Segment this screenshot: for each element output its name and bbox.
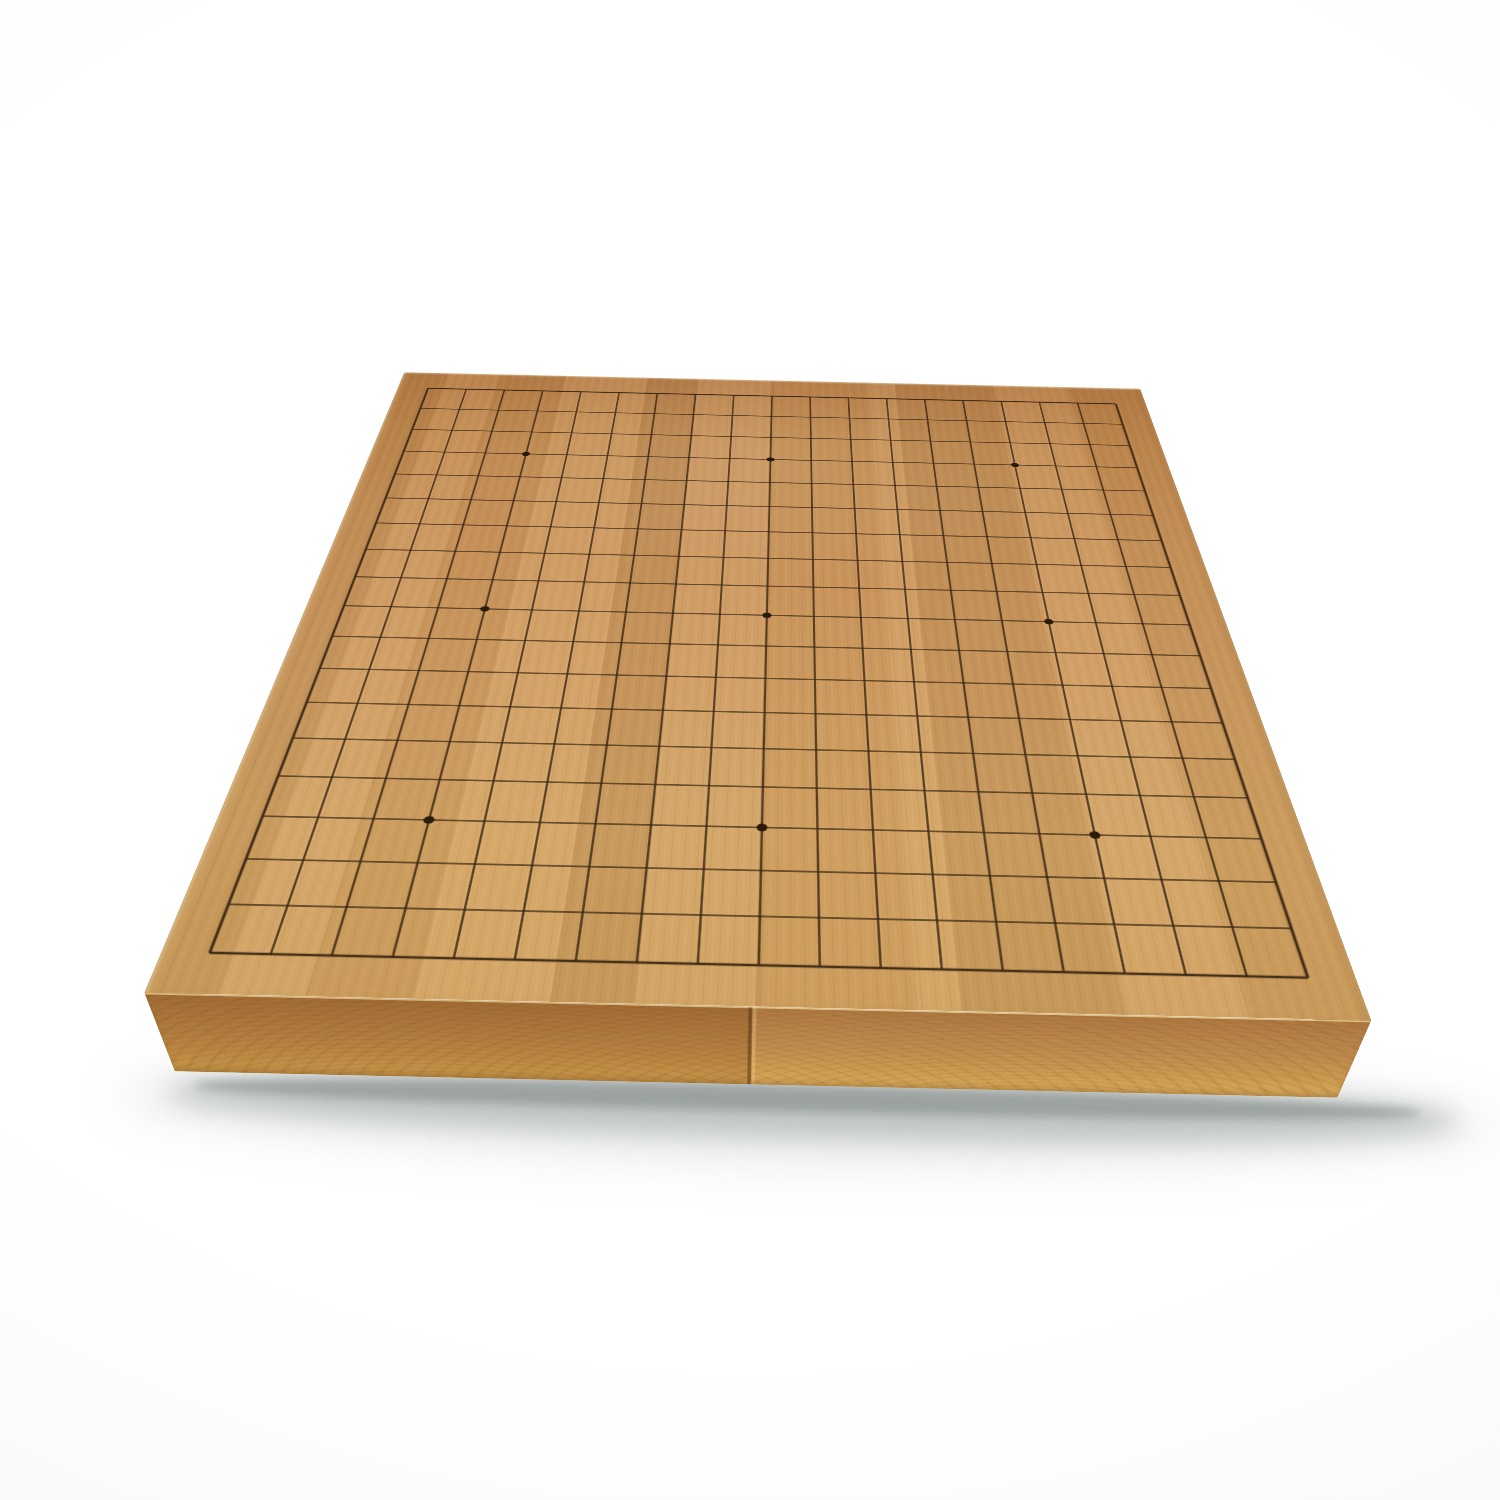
go-board — [144, 372, 1371, 1020]
board-top-face — [144, 372, 1371, 1020]
product-photo-scene — [0, 0, 1500, 1500]
hoshi-point — [1011, 463, 1020, 467]
hoshi-point — [766, 457, 774, 461]
perspective-wrapper — [0, 0, 1500, 1500]
hoshi-point — [423, 816, 436, 824]
go-grid — [144, 372, 1371, 1020]
hoshi-point — [521, 452, 530, 456]
hoshi-point — [756, 824, 767, 832]
hoshi-point — [1044, 619, 1054, 625]
hoshi-point — [1089, 831, 1102, 839]
hoshi-point — [480, 606, 491, 612]
hoshi-point — [762, 612, 771, 618]
